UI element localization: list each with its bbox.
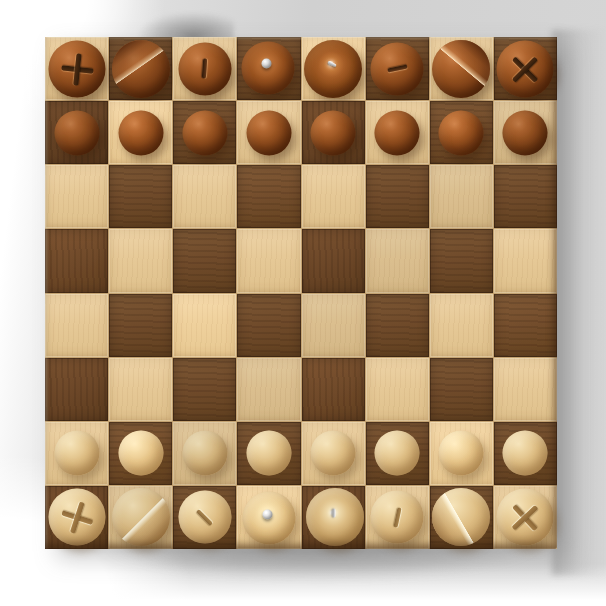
square-e2[interactable] bbox=[302, 422, 365, 485]
square-d2[interactable] bbox=[237, 422, 300, 485]
square-c3[interactable] bbox=[173, 358, 236, 421]
black-bishop-f8[interactable] bbox=[371, 42, 424, 95]
right-edge-shadow bbox=[552, 30, 606, 575]
square-c8[interactable] bbox=[173, 37, 236, 100]
square-e3[interactable] bbox=[302, 358, 365, 421]
black-pawn-g7[interactable] bbox=[439, 110, 484, 155]
square-a8[interactable] bbox=[45, 37, 108, 100]
white-pawn-c2[interactable] bbox=[182, 431, 227, 476]
square-d3[interactable] bbox=[237, 358, 300, 421]
carved-cross bbox=[485, 28, 566, 109]
black-pawn-c7[interactable] bbox=[182, 110, 227, 155]
square-a5[interactable] bbox=[45, 229, 108, 292]
square-d1[interactable] bbox=[237, 486, 300, 549]
square-c4[interactable] bbox=[173, 294, 236, 357]
black-queen-d8[interactable] bbox=[241, 41, 294, 94]
square-g1[interactable] bbox=[430, 486, 493, 549]
white-pawn-a2[interactable] bbox=[54, 431, 99, 476]
white-pawn-g2[interactable] bbox=[439, 431, 484, 476]
angled-cut-face bbox=[100, 476, 182, 558]
square-f5[interactable] bbox=[366, 229, 429, 292]
square-a4[interactable] bbox=[45, 294, 108, 357]
chess-board[interactable] bbox=[45, 37, 557, 549]
slit-groove bbox=[393, 507, 401, 527]
white-knight-g1[interactable] bbox=[432, 488, 490, 546]
square-e7[interactable] bbox=[302, 101, 365, 164]
white-pawn-h2[interactable] bbox=[503, 431, 548, 476]
steel-pin bbox=[332, 508, 335, 517]
carved-cross bbox=[41, 482, 113, 554]
square-g2[interactable] bbox=[430, 422, 493, 485]
square-d6[interactable] bbox=[237, 165, 300, 228]
white-rook-a1[interactable] bbox=[48, 489, 105, 546]
black-pawn-f7[interactable] bbox=[375, 110, 420, 155]
black-knight-b8[interactable] bbox=[112, 40, 170, 98]
square-d5[interactable] bbox=[237, 229, 300, 292]
square-h6[interactable] bbox=[494, 165, 557, 228]
square-d8[interactable] bbox=[237, 37, 300, 100]
white-pawn-b2[interactable] bbox=[118, 431, 163, 476]
white-pawn-e2[interactable] bbox=[311, 431, 356, 476]
square-b3[interactable] bbox=[109, 358, 172, 421]
square-e4[interactable] bbox=[302, 294, 365, 357]
bottom-edge-shadow bbox=[108, 542, 584, 596]
slit-groove bbox=[196, 509, 213, 526]
square-b8[interactable] bbox=[109, 37, 172, 100]
white-rook-h1[interactable] bbox=[497, 489, 554, 546]
black-pawn-d7[interactable] bbox=[246, 110, 291, 155]
square-f8[interactable] bbox=[366, 37, 429, 100]
white-pawn-d2[interactable] bbox=[246, 431, 291, 476]
white-bishop-f1[interactable] bbox=[371, 491, 424, 544]
square-g7[interactable] bbox=[430, 101, 493, 164]
white-knight-b1[interactable] bbox=[112, 488, 170, 546]
square-c2[interactable] bbox=[173, 422, 236, 485]
black-king-e8[interactable] bbox=[304, 40, 362, 98]
white-pawn-f2[interactable] bbox=[375, 431, 420, 476]
square-a7[interactable] bbox=[45, 101, 108, 164]
square-f2[interactable] bbox=[366, 422, 429, 485]
square-a6[interactable] bbox=[45, 165, 108, 228]
square-b7[interactable] bbox=[109, 101, 172, 164]
chess-set-photo bbox=[0, 0, 606, 606]
square-c5[interactable] bbox=[173, 229, 236, 292]
white-king-e1[interactable] bbox=[306, 488, 364, 546]
square-a2[interactable] bbox=[45, 422, 108, 485]
slit-groove bbox=[387, 65, 407, 73]
white-bishop-c1[interactable] bbox=[178, 491, 231, 544]
square-g6[interactable] bbox=[430, 165, 493, 228]
black-rook-a8[interactable] bbox=[48, 40, 105, 97]
square-e6[interactable] bbox=[302, 165, 365, 228]
square-a1[interactable] bbox=[45, 486, 108, 549]
steel-ball bbox=[262, 59, 272, 69]
square-b1[interactable] bbox=[109, 486, 172, 549]
square-g5[interactable] bbox=[430, 229, 493, 292]
square-e5[interactable] bbox=[302, 229, 365, 292]
black-pawn-b7[interactable] bbox=[118, 110, 163, 155]
steel-ball bbox=[263, 510, 273, 520]
square-e8[interactable] bbox=[302, 37, 365, 100]
square-f7[interactable] bbox=[366, 101, 429, 164]
square-b2[interactable] bbox=[109, 422, 172, 485]
square-g4[interactable] bbox=[430, 294, 493, 357]
square-b6[interactable] bbox=[109, 165, 172, 228]
square-f3[interactable] bbox=[366, 358, 429, 421]
square-h4[interactable] bbox=[494, 294, 557, 357]
angled-cut-face bbox=[100, 28, 181, 109]
square-c6[interactable] bbox=[173, 165, 236, 228]
white-queen-d1[interactable] bbox=[242, 492, 295, 545]
black-knight-g8[interactable] bbox=[432, 40, 490, 98]
carved-cross bbox=[45, 37, 108, 100]
slit-groove bbox=[202, 58, 207, 78]
square-f6[interactable] bbox=[366, 165, 429, 228]
square-h8[interactable] bbox=[494, 37, 557, 100]
square-d4[interactable] bbox=[237, 294, 300, 357]
square-f1[interactable] bbox=[366, 486, 429, 549]
square-c7[interactable] bbox=[173, 101, 236, 164]
square-g3[interactable] bbox=[430, 358, 493, 421]
square-h7[interactable] bbox=[494, 101, 557, 164]
square-h3[interactable] bbox=[494, 358, 557, 421]
square-a3[interactable] bbox=[45, 358, 108, 421]
square-b4[interactable] bbox=[109, 294, 172, 357]
square-d7[interactable] bbox=[237, 101, 300, 164]
square-h2[interactable] bbox=[494, 422, 557, 485]
black-rook-h8[interactable] bbox=[497, 40, 554, 97]
square-c1[interactable] bbox=[173, 486, 236, 549]
square-e1[interactable] bbox=[302, 486, 365, 549]
black-bishop-c8[interactable] bbox=[178, 42, 231, 95]
square-b5[interactable] bbox=[109, 229, 172, 292]
square-h5[interactable] bbox=[494, 229, 557, 292]
square-h1[interactable] bbox=[494, 486, 557, 549]
black-pawn-h7[interactable] bbox=[503, 110, 548, 155]
black-pawn-e7[interactable] bbox=[311, 110, 356, 155]
black-pawn-a7[interactable] bbox=[54, 110, 99, 155]
carved-cross bbox=[485, 477, 566, 558]
square-f4[interactable] bbox=[366, 294, 429, 357]
